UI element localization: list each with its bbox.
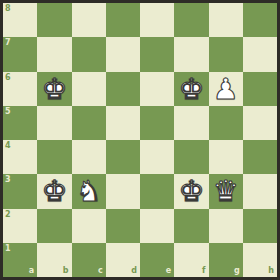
square-g8[interactable] xyxy=(209,3,243,37)
square-e5[interactable] xyxy=(140,106,174,140)
square-f3[interactable]: ♚ xyxy=(174,174,208,208)
square-e6[interactable] xyxy=(140,72,174,106)
square-c5[interactable] xyxy=(72,106,106,140)
square-g5[interactable] xyxy=(209,106,243,140)
square-e8[interactable] xyxy=(140,3,174,37)
square-b5[interactable] xyxy=(37,106,71,140)
square-f1[interactable]: f xyxy=(174,243,208,277)
coord-file-e: e xyxy=(166,267,171,275)
square-a6[interactable]: 6 xyxy=(3,72,37,106)
square-h4[interactable] xyxy=(243,140,277,174)
square-d1[interactable]: d xyxy=(106,243,140,277)
square-h3[interactable] xyxy=(243,174,277,208)
coord-file-b: b xyxy=(63,267,69,275)
square-c1[interactable]: c xyxy=(72,243,106,277)
square-a2[interactable]: 2 xyxy=(3,209,37,243)
square-a7[interactable]: 7 xyxy=(3,37,37,71)
square-f2[interactable] xyxy=(174,209,208,243)
coord-rank-1: 1 xyxy=(5,245,11,253)
square-e2[interactable] xyxy=(140,209,174,243)
square-e1[interactable]: e xyxy=(140,243,174,277)
square-d6[interactable] xyxy=(106,72,140,106)
square-f8[interactable] xyxy=(174,3,208,37)
square-e4[interactable] xyxy=(140,140,174,174)
white-pawn-g6[interactable]: ♟ xyxy=(209,72,243,106)
square-f7[interactable] xyxy=(174,37,208,71)
square-f4[interactable] xyxy=(174,140,208,174)
square-b7[interactable] xyxy=(37,37,71,71)
white-knight-c3[interactable]: ♞ xyxy=(72,174,106,208)
white-queen-g3[interactable]: ♛ xyxy=(209,174,243,208)
square-g2[interactable] xyxy=(209,209,243,243)
square-g1[interactable]: g xyxy=(209,243,243,277)
square-b3[interactable]: ♚ xyxy=(37,174,71,208)
coord-rank-4: 4 xyxy=(5,142,11,150)
coord-file-d: d xyxy=(131,267,137,275)
square-h5[interactable] xyxy=(243,106,277,140)
square-a8[interactable]: 8 xyxy=(3,3,37,37)
square-a5[interactable]: 5 xyxy=(3,106,37,140)
square-h8[interactable] xyxy=(243,3,277,37)
square-d5[interactable] xyxy=(106,106,140,140)
white-king-f3[interactable]: ♚ xyxy=(174,174,208,208)
square-a4[interactable]: 4 xyxy=(3,140,37,174)
square-d7[interactable] xyxy=(106,37,140,71)
square-c8[interactable] xyxy=(72,3,106,37)
coord-file-a: a xyxy=(29,267,34,275)
coord-rank-5: 5 xyxy=(5,108,11,116)
square-d4[interactable] xyxy=(106,140,140,174)
square-b6[interactable]: ♚ xyxy=(37,72,71,106)
square-a1[interactable]: 1a xyxy=(3,243,37,277)
square-a3[interactable]: 3 xyxy=(3,174,37,208)
square-e3[interactable] xyxy=(140,174,174,208)
square-b2[interactable] xyxy=(37,209,71,243)
coord-file-g: g xyxy=(234,267,240,275)
coord-file-c: c xyxy=(98,267,103,275)
square-d2[interactable] xyxy=(106,209,140,243)
board-frame: 876♚♚♟543♚♞♚♛21abcdefgh xyxy=(0,0,280,280)
square-f5[interactable] xyxy=(174,106,208,140)
coord-rank-2: 2 xyxy=(5,211,11,219)
coord-rank-7: 7 xyxy=(5,39,11,47)
square-b8[interactable] xyxy=(37,3,71,37)
square-h1[interactable]: h xyxy=(243,243,277,277)
coord-rank-8: 8 xyxy=(5,5,11,13)
square-h6[interactable] xyxy=(243,72,277,106)
square-g6[interactable]: ♟ xyxy=(209,72,243,106)
square-g7[interactable] xyxy=(209,37,243,71)
white-king-f6[interactable]: ♚ xyxy=(174,72,208,106)
square-d3[interactable] xyxy=(106,174,140,208)
white-king-b6[interactable]: ♚ xyxy=(37,72,71,106)
square-c4[interactable] xyxy=(72,140,106,174)
coord-rank-6: 6 xyxy=(5,74,11,82)
square-c3[interactable]: ♞ xyxy=(72,174,106,208)
square-g4[interactable] xyxy=(209,140,243,174)
square-d8[interactable] xyxy=(106,3,140,37)
square-c6[interactable] xyxy=(72,72,106,106)
square-b4[interactable] xyxy=(37,140,71,174)
square-c2[interactable] xyxy=(72,209,106,243)
square-c7[interactable] xyxy=(72,37,106,71)
square-e7[interactable] xyxy=(140,37,174,71)
coord-file-h: h xyxy=(268,267,274,275)
chess-board: 876♚♚♟543♚♞♚♛21abcdefgh xyxy=(3,3,277,277)
square-b1[interactable]: b xyxy=(37,243,71,277)
square-f6[interactable]: ♚ xyxy=(174,72,208,106)
coord-file-f: f xyxy=(202,267,205,275)
white-king-b3[interactable]: ♚ xyxy=(37,174,71,208)
square-g3[interactable]: ♛ xyxy=(209,174,243,208)
square-h7[interactable] xyxy=(243,37,277,71)
coord-rank-3: 3 xyxy=(5,176,11,184)
square-h2[interactable] xyxy=(243,209,277,243)
